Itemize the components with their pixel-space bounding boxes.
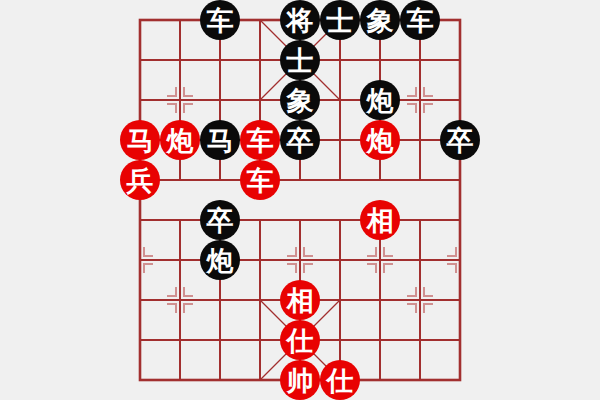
piece-black-soldier[interactable]: 卒	[440, 120, 480, 160]
piece-black-advisor[interactable]: 士	[280, 40, 320, 80]
piece-red-chariot[interactable]: 车	[240, 160, 280, 200]
piece-black-soldier[interactable]: 卒	[200, 200, 240, 240]
piece-red-soldier[interactable]: 兵	[120, 160, 160, 200]
piece-black-cannon[interactable]: 炮	[200, 240, 240, 280]
piece-red-advisor[interactable]: 仕	[320, 360, 360, 400]
piece-red-elephant[interactable]: 相	[280, 280, 320, 320]
piece-red-elephant[interactable]: 相	[360, 200, 400, 240]
piece-black-advisor[interactable]: 士	[320, 0, 360, 40]
piece-red-chariot[interactable]: 车	[240, 120, 280, 160]
piece-black-chariot[interactable]: 车	[200, 0, 240, 40]
piece-red-advisor[interactable]: 仕	[280, 320, 320, 360]
piece-black-cannon[interactable]: 炮	[360, 80, 400, 120]
piece-black-soldier[interactable]: 卒	[280, 120, 320, 160]
piece-black-elephant[interactable]: 象	[360, 0, 400, 40]
piece-black-chariot[interactable]: 车	[400, 0, 440, 40]
piece-red-horse[interactable]: 马	[120, 120, 160, 160]
piece-layer: 车将士象车士象炮马炮马车卒炮卒兵车卒相炮相仕帅仕	[120, 0, 480, 400]
piece-red-cannon[interactable]: 炮	[360, 120, 400, 160]
piece-red-general[interactable]: 帅	[280, 360, 320, 400]
piece-red-cannon[interactable]: 炮	[160, 120, 200, 160]
piece-black-elephant[interactable]: 象	[280, 80, 320, 120]
piece-black-general[interactable]: 将	[280, 0, 320, 40]
xiangqi-board-screen: 车将士象车士象炮马炮马车卒炮卒兵车卒相炮相仕帅仕	[0, 0, 600, 400]
piece-black-horse[interactable]: 马	[200, 120, 240, 160]
